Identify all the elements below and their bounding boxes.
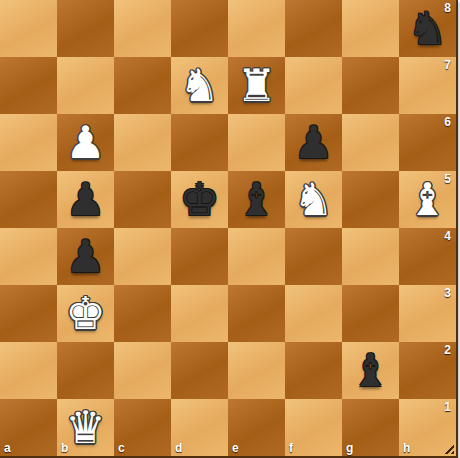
- square-c6[interactable]: [114, 114, 171, 171]
- square-e2[interactable]: [228, 342, 285, 399]
- square-a6[interactable]: [0, 114, 57, 171]
- square-a5[interactable]: [0, 171, 57, 228]
- white-pawn[interactable]: ♟: [57, 114, 114, 171]
- square-f2[interactable]: [285, 342, 342, 399]
- square-d1[interactable]: d: [171, 399, 228, 456]
- rank-label-7: 7: [444, 58, 451, 72]
- file-label-a: a: [4, 441, 11, 455]
- white-queen[interactable]: ♛: [57, 399, 114, 456]
- white-knight[interactable]: ♞: [285, 171, 342, 228]
- square-c8[interactable]: [114, 0, 171, 57]
- black-pawn[interactable]: ♟: [57, 171, 114, 228]
- black-king[interactable]: ♚: [171, 171, 228, 228]
- square-b3[interactable]: ♚: [57, 285, 114, 342]
- rank-label-3: 3: [444, 286, 451, 300]
- square-a7[interactable]: [0, 57, 57, 114]
- file-label-h: h: [403, 441, 410, 455]
- square-b4[interactable]: ♟: [57, 228, 114, 285]
- square-e8[interactable]: [228, 0, 285, 57]
- square-h1[interactable]: 1h: [399, 399, 456, 456]
- square-d4[interactable]: [171, 228, 228, 285]
- square-f1[interactable]: f: [285, 399, 342, 456]
- square-f5[interactable]: ♞: [285, 171, 342, 228]
- white-king[interactable]: ♚: [57, 285, 114, 342]
- square-d3[interactable]: [171, 285, 228, 342]
- square-h7[interactable]: 7: [399, 57, 456, 114]
- square-c5[interactable]: [114, 171, 171, 228]
- square-e3[interactable]: [228, 285, 285, 342]
- square-h6[interactable]: 6: [399, 114, 456, 171]
- square-a2[interactable]: [0, 342, 57, 399]
- file-label-d: d: [175, 441, 182, 455]
- square-e5[interactable]: ♝: [228, 171, 285, 228]
- chess-board-window: 8♞♞♜7♟♟6♟♚♝♞5♝♟4♚3♝2ab♛cdefg1h: [0, 0, 458, 458]
- square-e6[interactable]: [228, 114, 285, 171]
- square-f6[interactable]: ♟: [285, 114, 342, 171]
- square-f8[interactable]: [285, 0, 342, 57]
- chess-board: 8♞♞♜7♟♟6♟♚♝♞5♝♟4♚3♝2ab♛cdefg1h: [0, 0, 456, 456]
- black-bishop[interactable]: ♝: [228, 171, 285, 228]
- square-b7[interactable]: [57, 57, 114, 114]
- square-e1[interactable]: e: [228, 399, 285, 456]
- square-e7[interactable]: ♜: [228, 57, 285, 114]
- black-bishop[interactable]: ♝: [342, 342, 399, 399]
- square-h8[interactable]: 8♞: [399, 0, 456, 57]
- rank-label-2: 2: [444, 343, 451, 357]
- square-d7[interactable]: ♞: [171, 57, 228, 114]
- square-e4[interactable]: [228, 228, 285, 285]
- square-c7[interactable]: [114, 57, 171, 114]
- white-knight[interactable]: ♞: [171, 57, 228, 114]
- rank-label-6: 6: [444, 115, 451, 129]
- square-h4[interactable]: 4: [399, 228, 456, 285]
- square-g7[interactable]: [342, 57, 399, 114]
- square-d8[interactable]: [171, 0, 228, 57]
- square-h2[interactable]: 2: [399, 342, 456, 399]
- square-g6[interactable]: [342, 114, 399, 171]
- square-f4[interactable]: [285, 228, 342, 285]
- square-c1[interactable]: c: [114, 399, 171, 456]
- black-pawn[interactable]: ♟: [285, 114, 342, 171]
- square-f3[interactable]: [285, 285, 342, 342]
- square-a3[interactable]: [0, 285, 57, 342]
- file-label-g: g: [346, 441, 353, 455]
- square-c2[interactable]: [114, 342, 171, 399]
- rank-label-1: 1: [444, 400, 451, 414]
- square-b2[interactable]: [57, 342, 114, 399]
- square-g3[interactable]: [342, 285, 399, 342]
- square-b5[interactable]: ♟: [57, 171, 114, 228]
- white-rook[interactable]: ♜: [228, 57, 285, 114]
- square-g5[interactable]: [342, 171, 399, 228]
- square-b8[interactable]: [57, 0, 114, 57]
- square-a4[interactable]: [0, 228, 57, 285]
- square-g1[interactable]: g: [342, 399, 399, 456]
- square-b1[interactable]: b♛: [57, 399, 114, 456]
- square-g2[interactable]: ♝: [342, 342, 399, 399]
- square-b6[interactable]: ♟: [57, 114, 114, 171]
- rank-label-4: 4: [444, 229, 451, 243]
- square-h3[interactable]: 3: [399, 285, 456, 342]
- square-d2[interactable]: [171, 342, 228, 399]
- file-label-e: e: [232, 441, 239, 455]
- square-c4[interactable]: [114, 228, 171, 285]
- file-label-c: c: [118, 441, 125, 455]
- square-a1[interactable]: a: [0, 399, 57, 456]
- square-a8[interactable]: [0, 0, 57, 57]
- square-f7[interactable]: [285, 57, 342, 114]
- file-label-f: f: [289, 441, 293, 455]
- square-c3[interactable]: [114, 285, 171, 342]
- square-d5[interactable]: ♚: [171, 171, 228, 228]
- square-g4[interactable]: [342, 228, 399, 285]
- black-pawn[interactable]: ♟: [57, 228, 114, 285]
- square-g8[interactable]: [342, 0, 399, 57]
- white-bishop[interactable]: ♝: [399, 171, 456, 228]
- black-knight[interactable]: ♞: [399, 0, 456, 57]
- square-h5[interactable]: 5♝: [399, 171, 456, 228]
- square-d6[interactable]: [171, 114, 228, 171]
